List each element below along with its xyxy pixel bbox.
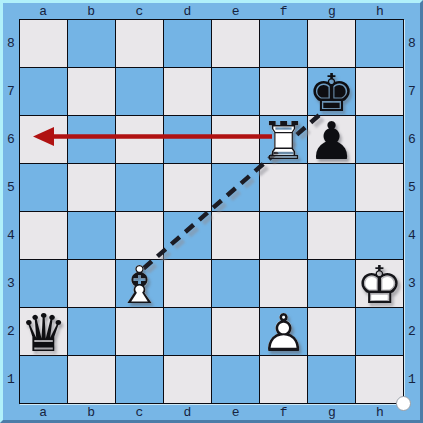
chess-board-frame: abcdefgh abcdefgh 87654321 87654321 ♚♟♜♖… xyxy=(0,0,423,423)
white-rook-icon: ♖ xyxy=(260,116,307,163)
piece-white-king-h3[interactable]: ♚♔ xyxy=(356,260,403,307)
white-king-icon: ♔ xyxy=(356,260,403,307)
white-pawn-icon: ♙ xyxy=(260,308,307,355)
piece-white-bishop-c3[interactable]: ♝♗ xyxy=(116,260,163,307)
black-pawn-icon: ♟ xyxy=(308,116,355,163)
pieces-layer: ♚♟♜♖♝♗♚♔♛♟♙ xyxy=(3,3,420,420)
piece-white-pawn-f2[interactable]: ♟♙ xyxy=(260,308,307,355)
piece-black-pawn-g6[interactable]: ♟ xyxy=(308,116,355,163)
black-queen-icon: ♛ xyxy=(20,308,67,355)
black-king-icon: ♚ xyxy=(308,68,355,115)
piece-black-queen-a2[interactable]: ♛ xyxy=(20,308,67,355)
white-bishop-icon: ♗ xyxy=(116,260,163,307)
piece-black-king-g7[interactable]: ♚ xyxy=(308,68,355,115)
piece-white-rook-f6[interactable]: ♜♖ xyxy=(260,116,307,163)
